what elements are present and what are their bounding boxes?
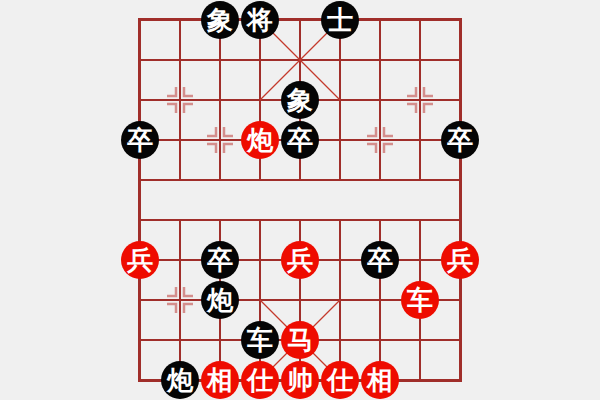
piece-black-cannon[interactable]: 炮 [161,361,199,399]
piece-red-soldier[interactable]: 兵 [281,241,319,279]
piece-red-soldier[interactable]: 兵 [441,241,479,279]
piece-red-general[interactable]: 帅 [281,361,319,399]
xiangqi-board[interactable]: 象将士象卒炮卒卒兵卒兵卒兵炮车车马炮相仕帅仕相 [0,0,600,400]
piece-black-soldier[interactable]: 卒 [121,121,159,159]
piece-black-advisor[interactable]: 士 [321,1,359,39]
piece-black-soldier[interactable]: 卒 [201,241,239,279]
piece-red-advisor[interactable]: 仕 [241,361,279,399]
piece-black-elephant[interactable]: 象 [281,81,319,119]
piece-black-elephant[interactable]: 象 [201,1,239,39]
piece-red-advisor[interactable]: 仕 [321,361,359,399]
piece-red-soldier[interactable]: 兵 [121,241,159,279]
piece-black-cannon[interactable]: 炮 [201,281,239,319]
piece-red-cannon[interactable]: 炮 [241,121,279,159]
piece-red-horse[interactable]: 马 [281,321,319,359]
piece-red-elephant[interactable]: 相 [361,361,399,399]
piece-black-soldier[interactable]: 卒 [361,241,399,279]
piece-red-chariot[interactable]: 车 [401,281,439,319]
piece-black-soldier[interactable]: 卒 [441,121,479,159]
piece-black-soldier[interactable]: 卒 [281,121,319,159]
piece-black-chariot[interactable]: 车 [241,321,279,359]
piece-red-elephant[interactable]: 相 [201,361,239,399]
piece-black-general[interactable]: 将 [241,1,279,39]
